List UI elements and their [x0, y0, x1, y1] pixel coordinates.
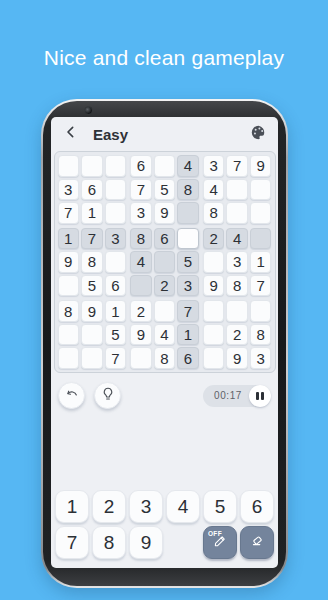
cell-r5c9[interactable]: 1	[250, 251, 272, 273]
sudoku-box-2: 6475839	[130, 155, 199, 224]
cell-r8c7[interactable]	[203, 324, 225, 346]
cell-r8c4[interactable]: 9	[130, 324, 152, 346]
numpad-8[interactable]: 8	[92, 526, 126, 559]
phone-frame: Easy 36716475839379481739856864523243198…	[41, 99, 288, 588]
numpad-2[interactable]: 2	[92, 490, 126, 523]
cell-r2c6[interactable]: 8	[177, 179, 199, 201]
numpad-row-2: 789 OFF	[55, 526, 274, 559]
numpad: 123456 789 OFF	[51, 490, 278, 568]
cell-r5c3[interactable]	[105, 251, 127, 273]
cell-r1c7[interactable]: 3	[203, 155, 225, 177]
cell-r1c3[interactable]	[105, 155, 127, 177]
cell-r5c2[interactable]: 8	[81, 251, 103, 273]
cell-r7c1[interactable]: 8	[58, 300, 80, 322]
cell-r3c3[interactable]	[105, 202, 127, 224]
cell-r3c5[interactable]: 9	[154, 202, 176, 224]
numpad-4[interactable]: 4	[166, 490, 200, 523]
eraser-button[interactable]	[240, 526, 274, 559]
cell-r2c1[interactable]: 3	[58, 179, 80, 201]
cell-r1c1[interactable]	[58, 155, 80, 177]
numpad-7[interactable]: 7	[55, 526, 89, 559]
sudoku-box-8: 2794186	[130, 300, 199, 369]
undo-arrow-icon	[64, 386, 80, 406]
cell-r5c1[interactable]: 9	[58, 251, 80, 273]
cell-r3c8[interactable]	[226, 202, 248, 224]
cell-r6c2[interactable]: 5	[81, 275, 103, 297]
cell-r1c4[interactable]: 6	[130, 155, 152, 177]
cell-r9c4[interactable]	[130, 347, 152, 369]
cell-r8c1[interactable]	[58, 324, 80, 346]
cell-r9c5[interactable]: 8	[154, 347, 176, 369]
app-screen: Easy 36716475839379481739856864523243198…	[51, 117, 278, 568]
cell-r3c9[interactable]	[250, 202, 272, 224]
cell-r5c5[interactable]	[154, 251, 176, 273]
cell-r2c9[interactable]	[250, 179, 272, 201]
lightbulb-icon	[100, 386, 116, 406]
cell-r5c4[interactable]: 4	[130, 251, 152, 273]
cell-r5c8[interactable]: 3	[226, 251, 248, 273]
cell-r9c3[interactable]: 7	[105, 347, 127, 369]
cell-r2c8[interactable]	[226, 179, 248, 201]
cell-r8c3[interactable]: 5	[105, 324, 127, 346]
cell-r8c2[interactable]	[81, 324, 103, 346]
pencil-button[interactable]: OFF	[203, 526, 237, 559]
cell-r8c5[interactable]: 4	[154, 324, 176, 346]
cell-r4c5[interactable]: 6	[154, 228, 176, 250]
cell-r2c4[interactable]: 7	[130, 179, 152, 201]
sudoku-board: 3671647583937948173985686452324319878915…	[54, 151, 276, 373]
cell-r9c1[interactable]	[58, 347, 80, 369]
cell-r7c8[interactable]	[226, 300, 248, 322]
pencil-mode-label: OFF	[208, 530, 222, 537]
sudoku-box-5: 864523	[130, 228, 199, 297]
cell-r9c2[interactable]	[81, 347, 103, 369]
cell-r8c6[interactable]: 1	[177, 324, 199, 346]
page-title: Easy	[93, 126, 128, 143]
pause-icon	[261, 392, 264, 400]
theme-button[interactable]	[248, 124, 268, 144]
cell-r8c9[interactable]: 8	[250, 324, 272, 346]
cell-r6c8[interactable]: 8	[226, 275, 248, 297]
cell-r3c6[interactable]	[177, 202, 199, 224]
cell-r5c7[interactable]	[203, 251, 225, 273]
pause-icon	[256, 392, 259, 400]
numpad-1[interactable]: 1	[55, 490, 89, 523]
cell-r1c8[interactable]: 7	[226, 155, 248, 177]
back-button[interactable]	[61, 124, 81, 144]
cell-r8c8[interactable]: 2	[226, 324, 248, 346]
cell-r6c3[interactable]: 6	[105, 275, 127, 297]
cell-r6c7[interactable]: 9	[203, 275, 225, 297]
numpad-row-1: 123456	[55, 490, 274, 523]
cell-r3c7[interactable]: 8	[203, 202, 225, 224]
cell-r2c7[interactable]: 4	[203, 179, 225, 201]
numpad-3[interactable]: 3	[129, 490, 163, 523]
front-camera	[84, 106, 93, 115]
undo-button[interactable]	[58, 382, 85, 409]
sudoku-box-6: 2431987	[203, 228, 272, 297]
cell-r4c3[interactable]: 3	[105, 228, 127, 250]
cell-r6c9[interactable]: 7	[250, 275, 272, 297]
cell-r9c8[interactable]: 9	[226, 347, 248, 369]
cell-r4c9[interactable]	[250, 228, 272, 250]
cell-r9c6[interactable]: 6	[177, 347, 199, 369]
cell-r9c9[interactable]: 3	[250, 347, 272, 369]
hint-button[interactable]	[94, 382, 121, 409]
numpad-6[interactable]: 6	[240, 490, 274, 523]
toolbar: 00:17	[51, 382, 278, 409]
sudoku-box-1: 3671	[58, 155, 127, 224]
sudoku-box-4: 1739856	[58, 228, 127, 297]
pause-button[interactable]	[249, 385, 271, 407]
cell-r6c6[interactable]: 3	[177, 275, 199, 297]
cell-r3c1[interactable]: 7	[58, 202, 80, 224]
cell-r7c7[interactable]	[203, 300, 225, 322]
cell-r6c1[interactable]	[58, 275, 80, 297]
sudoku-box-3: 37948	[203, 155, 272, 224]
cell-r7c5[interactable]	[154, 300, 176, 322]
cell-r7c6[interactable]: 7	[177, 300, 199, 322]
cell-r4c8[interactable]: 4	[226, 228, 248, 250]
cell-r6c4[interactable]	[130, 275, 152, 297]
cell-r1c2[interactable]	[81, 155, 103, 177]
cell-r2c3[interactable]	[105, 179, 127, 201]
eraser-icon	[249, 532, 266, 553]
hero-title: Nice and clean gameplay	[0, 46, 328, 70]
cell-r4c7[interactable]: 2	[203, 228, 225, 250]
cell-r7c3[interactable]: 1	[105, 300, 127, 322]
cell-r1c9[interactable]: 9	[250, 155, 272, 177]
cell-r1c6[interactable]: 4	[177, 155, 199, 177]
cell-r3c2[interactable]: 1	[81, 202, 103, 224]
sudoku-box-7: 89157	[58, 300, 127, 369]
cell-r2c2[interactable]: 6	[81, 179, 103, 201]
cell-r4c2[interactable]: 7	[81, 228, 103, 250]
numpad-9[interactable]: 9	[129, 526, 163, 559]
timer-text: 00:17	[214, 390, 242, 401]
cell-r4c6[interactable]	[177, 228, 199, 250]
timer-pill: 00:17	[203, 385, 271, 407]
numpad-5[interactable]: 5	[203, 490, 237, 523]
cell-r9c7[interactable]	[203, 347, 225, 369]
chevron-left-icon	[63, 124, 79, 144]
cell-r5c6[interactable]: 5	[177, 251, 199, 273]
cell-r1c5[interactable]	[154, 155, 176, 177]
cell-r7c2[interactable]: 9	[81, 300, 103, 322]
phone-bezel: Easy 36716475839379481739856864523243198…	[43, 101, 286, 586]
cell-r2c5[interactable]: 5	[154, 179, 176, 201]
cell-r7c9[interactable]	[250, 300, 272, 322]
palette-icon	[250, 124, 267, 145]
cell-r4c4[interactable]: 8	[130, 228, 152, 250]
sudoku-box-9: 2893	[203, 300, 272, 369]
cell-r6c5[interactable]: 2	[154, 275, 176, 297]
cell-r7c4[interactable]: 2	[130, 300, 152, 322]
app-header: Easy	[51, 119, 278, 149]
cell-r4c1[interactable]: 1	[58, 228, 80, 250]
cell-r3c4[interactable]: 3	[130, 202, 152, 224]
